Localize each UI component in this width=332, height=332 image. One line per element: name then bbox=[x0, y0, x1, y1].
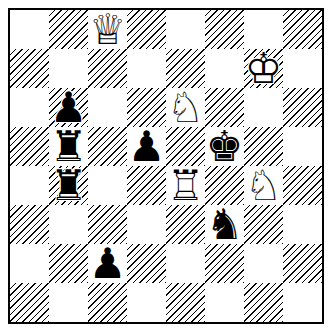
square-e3[interactable] bbox=[166, 205, 205, 244]
square-c6[interactable] bbox=[88, 88, 127, 127]
square-g4[interactable]: ♞♘ bbox=[244, 166, 283, 205]
piece-black-pawn-d5[interactable]: ♟ bbox=[127, 127, 166, 166]
square-b3[interactable] bbox=[49, 205, 88, 244]
square-e2[interactable] bbox=[166, 244, 205, 283]
piece-white-queen-c8[interactable]: ♛♕ bbox=[88, 10, 127, 49]
square-c7[interactable] bbox=[88, 49, 127, 88]
square-f7[interactable] bbox=[205, 49, 244, 88]
square-f5[interactable]: ♚ bbox=[205, 127, 244, 166]
square-e4[interactable]: ♜♖ bbox=[166, 166, 205, 205]
square-e8[interactable] bbox=[166, 10, 205, 49]
black-pawn-icon: ♟ bbox=[127, 127, 166, 166]
square-c8[interactable]: ♛♕ bbox=[88, 10, 127, 49]
square-d2[interactable] bbox=[127, 244, 166, 283]
black-pawn-icon: ♟ bbox=[88, 244, 127, 283]
board-border: ♛♕♚♔♟♞♘♜♟♚♜♜♖♞♘♞♟ bbox=[8, 8, 324, 324]
square-a3[interactable] bbox=[10, 205, 49, 244]
square-b2[interactable] bbox=[49, 244, 88, 283]
square-a4[interactable] bbox=[10, 166, 49, 205]
square-h8[interactable] bbox=[283, 10, 322, 49]
piece-black-rook-b4[interactable]: ♜ bbox=[49, 166, 88, 205]
square-f2[interactable] bbox=[205, 244, 244, 283]
square-d5[interactable]: ♟ bbox=[127, 127, 166, 166]
black-king-icon: ♚ bbox=[205, 127, 244, 166]
white-knight-icon: ♘ bbox=[244, 166, 283, 205]
square-f1[interactable] bbox=[205, 283, 244, 322]
square-a7[interactable] bbox=[10, 49, 49, 88]
square-a8[interactable] bbox=[10, 10, 49, 49]
white-king-icon: ♔ bbox=[244, 49, 283, 88]
square-h6[interactable] bbox=[283, 88, 322, 127]
square-a5[interactable] bbox=[10, 127, 49, 166]
square-h7[interactable] bbox=[283, 49, 322, 88]
square-g7[interactable]: ♚♔ bbox=[244, 49, 283, 88]
square-c1[interactable] bbox=[88, 283, 127, 322]
square-a6[interactable] bbox=[10, 88, 49, 127]
piece-white-rook-e4[interactable]: ♜♖ bbox=[166, 166, 205, 205]
square-f8[interactable] bbox=[205, 10, 244, 49]
square-b4[interactable]: ♜ bbox=[49, 166, 88, 205]
white-knight-icon: ♘ bbox=[166, 88, 205, 127]
square-h5[interactable] bbox=[283, 127, 322, 166]
chess-board: ♛♕♚♔♟♞♘♜♟♚♜♜♖♞♘♞♟ bbox=[10, 10, 322, 322]
square-c2[interactable]: ♟ bbox=[88, 244, 127, 283]
piece-black-king-f5[interactable]: ♚ bbox=[205, 127, 244, 166]
black-rook-icon: ♜ bbox=[49, 166, 88, 205]
black-knight-icon: ♞ bbox=[205, 205, 244, 244]
square-g6[interactable] bbox=[244, 88, 283, 127]
square-h2[interactable] bbox=[283, 244, 322, 283]
white-queen-icon: ♕ bbox=[88, 10, 127, 49]
square-h3[interactable] bbox=[283, 205, 322, 244]
white-rook-icon: ♖ bbox=[166, 166, 205, 205]
chess-diagram: ♛♕♚♔♟♞♘♜♟♚♜♜♖♞♘♞♟ bbox=[0, 0, 332, 332]
square-h4[interactable] bbox=[283, 166, 322, 205]
square-d3[interactable] bbox=[127, 205, 166, 244]
square-c4[interactable] bbox=[88, 166, 127, 205]
square-b1[interactable] bbox=[49, 283, 88, 322]
square-e6[interactable]: ♞♘ bbox=[166, 88, 205, 127]
square-g3[interactable] bbox=[244, 205, 283, 244]
piece-white-knight-g4[interactable]: ♞♘ bbox=[244, 166, 283, 205]
square-c5[interactable] bbox=[88, 127, 127, 166]
square-d4[interactable] bbox=[127, 166, 166, 205]
square-d1[interactable] bbox=[127, 283, 166, 322]
square-g2[interactable] bbox=[244, 244, 283, 283]
square-f3[interactable]: ♞ bbox=[205, 205, 244, 244]
square-d8[interactable] bbox=[127, 10, 166, 49]
square-a2[interactable] bbox=[10, 244, 49, 283]
square-d7[interactable] bbox=[127, 49, 166, 88]
square-g1[interactable] bbox=[244, 283, 283, 322]
piece-white-king-g7[interactable]: ♚♔ bbox=[244, 49, 283, 88]
piece-black-pawn-c2[interactable]: ♟ bbox=[88, 244, 127, 283]
piece-black-knight-f3[interactable]: ♞ bbox=[205, 205, 244, 244]
square-a1[interactable] bbox=[10, 283, 49, 322]
square-b8[interactable] bbox=[49, 10, 88, 49]
piece-white-knight-e6[interactable]: ♞♘ bbox=[166, 88, 205, 127]
square-h1[interactable] bbox=[283, 283, 322, 322]
square-e1[interactable] bbox=[166, 283, 205, 322]
